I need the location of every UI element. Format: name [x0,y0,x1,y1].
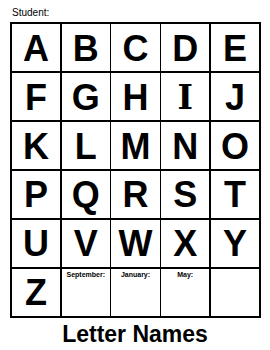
may-label: May: [161,271,209,278]
letter-y: Y [223,226,247,262]
letter-grid: A B C D E F G H I J K L M N O P Q R S T … [10,22,261,318]
cell-january: January: [111,269,159,316]
letter-v: V [74,226,98,262]
cell-k: K [12,122,60,169]
letter-g: G [72,80,100,116]
letter-j: J [225,80,245,116]
cell-t: T [211,171,259,218]
letter-o: O [221,129,249,165]
cell-may: May: [161,269,209,316]
letter-u: U [23,226,49,262]
student-label: Student: [12,7,49,18]
cell-m: M [111,122,159,169]
letter-p: P [24,177,48,213]
cell-s: S [161,171,209,218]
letter-x: X [173,226,197,262]
letter-r: R [123,177,149,213]
cell-w: W [111,220,159,267]
letter-w: W [119,226,153,262]
letter-n: N [172,129,198,165]
letter-f: F [25,80,47,116]
letter-h: H [123,80,149,116]
worksheet-title: Letter Names [0,321,270,348]
cell-r: R [111,171,159,218]
letter-e: E [223,31,247,67]
cell-september: September: [62,269,110,316]
cell-y: Y [211,220,259,267]
september-label: September: [62,271,110,278]
cell-o: O [211,122,259,169]
letter-q: Q [72,177,100,213]
letter-t: T [224,177,246,213]
letter-z: Z [25,275,47,311]
cell-b: B [62,24,110,71]
cell-u: U [12,220,60,267]
cell-v: V [62,220,110,267]
letter-l: L [75,129,97,165]
cell-h: H [111,73,159,120]
cell-f: F [12,73,60,120]
cell-i: I [161,73,209,120]
cell-q: Q [62,171,110,218]
cell-d: D [161,24,209,71]
cell-x: X [161,220,209,267]
cell-z: Z [12,269,60,316]
cell-g: G [62,73,110,120]
cell-c: C [111,24,159,71]
cell-j: J [211,73,259,120]
cell-n: N [161,122,209,169]
letter-c: C [123,31,149,67]
letter-i: I [178,81,193,114]
cell-l: L [62,122,110,169]
worksheet-page: Student: A B C D E F G H I J K L M N O P… [0,0,270,350]
cell-p: P [12,171,60,218]
january-label: January: [111,271,159,278]
cell-empty [211,269,259,316]
letter-s: S [173,177,197,213]
cell-e: E [211,24,259,71]
letter-k: K [23,129,49,165]
letter-m: M [121,129,151,165]
letter-d: D [172,31,198,67]
cell-a: A [12,24,60,71]
letter-b: B [73,31,99,67]
letter-a: A [23,31,49,67]
